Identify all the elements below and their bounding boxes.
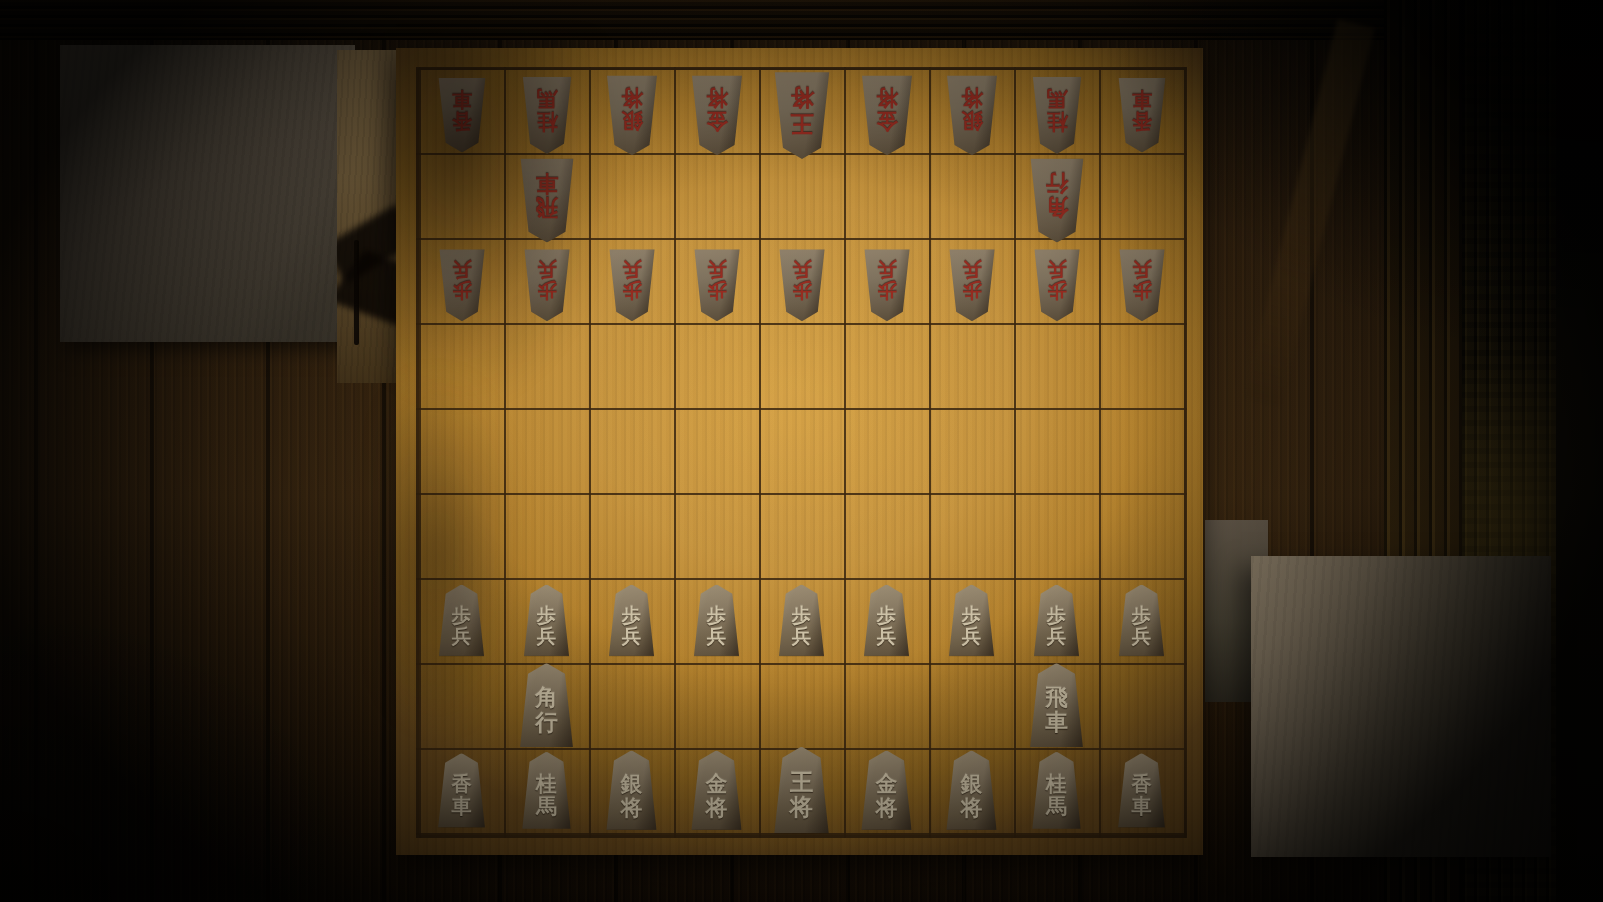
board-cell[interactable]: [504, 410, 589, 495]
board-cell[interactable]: 歩兵: [674, 240, 759, 325]
piece-pawn-sente[interactable]: 歩兵: [433, 584, 489, 656]
piece-knight-sente[interactable]: 桂馬: [1026, 752, 1087, 829]
piece-kanji: 兵: [1047, 259, 1066, 279]
board-cell[interactable]: [674, 325, 759, 410]
piece-pawn-gote[interactable]: 歩兵: [1028, 249, 1084, 321]
piece-pawn-sente[interactable]: 歩兵: [518, 584, 574, 656]
piece-pawn-sente[interactable]: 歩兵: [1028, 584, 1084, 656]
piece-kanji: 歩: [537, 280, 556, 300]
piece-kanji: 桂: [1046, 110, 1067, 131]
piece-kanji: 将: [790, 85, 813, 109]
board-cell[interactable]: [759, 155, 844, 240]
board-cell[interactable]: [929, 495, 1014, 580]
piece-kanji: 将: [790, 796, 813, 820]
piece-knight-gote[interactable]: 桂馬: [516, 76, 577, 153]
piece-kanji: 車: [1131, 796, 1151, 817]
board-cell[interactable]: 角行: [504, 665, 589, 750]
piece-kanji: 歩: [1047, 605, 1066, 625]
piece-kanji: 将: [876, 796, 898, 818]
piece-kanji: 馬: [1046, 796, 1067, 817]
piece-lance-gote[interactable]: 香車: [1112, 77, 1170, 152]
piece-bishop-sente[interactable]: 角行: [514, 663, 580, 747]
board-cell[interactable]: 銀将: [589, 750, 674, 835]
board-cell[interactable]: 歩兵: [1099, 580, 1184, 665]
board-cell[interactable]: [844, 410, 929, 495]
piece-kanji: 歩: [1132, 280, 1151, 300]
board-cell[interactable]: [419, 495, 504, 580]
piece-kanji: 行: [1045, 171, 1068, 194]
piece-kanji: 兵: [622, 626, 641, 646]
piece-kanji: 角: [1045, 195, 1068, 218]
piece-kanji: 馬: [536, 87, 557, 108]
board-cell[interactable]: [419, 410, 504, 495]
piece-kanji: 兵: [792, 626, 811, 646]
piece-kanji: 角: [535, 687, 558, 710]
board-cell[interactable]: 金将: [844, 70, 929, 155]
piece-kanji: 将: [621, 87, 643, 109]
piece-kanji: 香: [451, 775, 471, 796]
board-cell[interactable]: [929, 665, 1014, 750]
board-cell[interactable]: [844, 495, 929, 580]
piece-kanji: 銀: [621, 773, 643, 795]
board-cell[interactable]: 歩兵: [589, 580, 674, 665]
piece-kanji: 兵: [962, 259, 981, 279]
board-cell[interactable]: 歩兵: [929, 580, 1014, 665]
board-cell[interactable]: [1099, 665, 1184, 750]
piece-kanji: 将: [706, 796, 728, 818]
piece-kanji: 銀: [961, 773, 983, 795]
board-cell[interactable]: [1014, 495, 1099, 580]
piece-silver-gote[interactable]: 銀将: [600, 75, 663, 155]
piece-kanji: 歩: [1047, 280, 1066, 300]
piece-kanji: 車: [1131, 88, 1151, 109]
piece-kanji: 車: [451, 88, 471, 109]
piece-pawn-sente[interactable]: 歩兵: [943, 584, 999, 656]
piece-kanji: 歩: [792, 605, 811, 625]
piece-kanji: 兵: [1132, 626, 1151, 646]
board-cell[interactable]: [759, 495, 844, 580]
board-cell[interactable]: [674, 155, 759, 240]
piece-kanji: 香: [1131, 110, 1151, 131]
piece-pawn-sente[interactable]: 歩兵: [603, 584, 659, 656]
board-cell[interactable]: 飛車: [504, 155, 589, 240]
piece-kanji: 金: [706, 110, 728, 132]
piece-kanji: 兵: [877, 626, 896, 646]
piece-kanji: 桂: [1046, 774, 1067, 795]
piece-kanji: 兵: [707, 626, 726, 646]
board-cell[interactable]: [1099, 325, 1184, 410]
piece-kanji: 桂: [536, 774, 557, 795]
board-cell[interactable]: 歩兵: [844, 580, 929, 665]
board-cell[interactable]: 香車: [419, 750, 504, 835]
board-cell[interactable]: [844, 325, 929, 410]
piece-bishop-gote[interactable]: 角行: [1024, 158, 1090, 242]
piece-lance-sente[interactable]: 香車: [1112, 753, 1170, 828]
board-cell[interactable]: 金将: [674, 70, 759, 155]
piece-kanji: 歩: [622, 280, 641, 300]
piece-gold-gote[interactable]: 金将: [685, 75, 748, 155]
board-cell[interactable]: 銀将: [929, 750, 1014, 835]
piece-king-gote[interactable]: 王将: [768, 72, 836, 159]
board-cell[interactable]: [419, 665, 504, 750]
piece-kanji: 歩: [877, 280, 896, 300]
komadai-top-left[interactable]: [60, 45, 355, 342]
board-cell[interactable]: 歩兵: [1099, 240, 1184, 325]
piece-kanji: 歩: [452, 280, 471, 300]
board-cell[interactable]: [929, 410, 1014, 495]
piece-kanji: 歩: [962, 280, 981, 300]
board-cell[interactable]: 歩兵: [419, 240, 504, 325]
board-cell[interactable]: [1014, 410, 1099, 495]
board-cell[interactable]: 香車: [1099, 750, 1184, 835]
piece-pawn-sente[interactable]: 歩兵: [773, 584, 829, 656]
piece-kanji: 将: [876, 87, 898, 109]
piece-kanji: 兵: [877, 259, 896, 279]
piece-kanji: 馬: [1046, 87, 1067, 108]
board-cell[interactable]: [504, 495, 589, 580]
piece-gold-sente[interactable]: 金将: [855, 750, 918, 830]
piece-kanji: 兵: [537, 259, 556, 279]
piece-kanji: 王: [790, 110, 813, 134]
board-cell[interactable]: 銀将: [589, 70, 674, 155]
board-cell[interactable]: 歩兵: [759, 240, 844, 325]
board-cell[interactable]: [674, 495, 759, 580]
piece-pawn-sente[interactable]: 歩兵: [858, 584, 914, 656]
board-cell[interactable]: 桂馬: [504, 750, 589, 835]
board-cell[interactable]: [589, 155, 674, 240]
piece-kanji: 将: [706, 87, 728, 109]
piece-kanji: 歩: [707, 605, 726, 625]
piece-kanji: 歩: [452, 605, 471, 625]
piece-kanji: 歩: [962, 605, 981, 625]
piece-kanji: 銀: [961, 110, 983, 132]
piece-kanji: 銀: [621, 110, 643, 132]
board-cell[interactable]: [589, 410, 674, 495]
board-cell[interactable]: 歩兵: [1014, 580, 1099, 665]
piece-kanji: 将: [961, 796, 983, 818]
piece-kanji: 馬: [536, 796, 557, 817]
piece-silver-gote[interactable]: 銀将: [940, 75, 1003, 155]
piece-gold-gote[interactable]: 金将: [855, 75, 918, 155]
board-cell[interactable]: 王将: [759, 70, 844, 155]
piece-kanji: 兵: [452, 259, 471, 279]
piece-kanji: 車: [451, 796, 471, 817]
board-cell[interactable]: [674, 665, 759, 750]
board-cell[interactable]: [929, 325, 1014, 410]
board-cell[interactable]: [1014, 325, 1099, 410]
board-cell[interactable]: [419, 155, 504, 240]
piece-kanji: 兵: [792, 259, 811, 279]
piece-kanji: 兵: [707, 259, 726, 279]
board-cell[interactable]: [844, 155, 929, 240]
board-cell[interactable]: 桂馬: [1014, 750, 1099, 835]
board-cell[interactable]: 歩兵: [929, 240, 1014, 325]
piece-rook-gote[interactable]: 飛車: [514, 158, 580, 242]
piece-kanji: 兵: [1047, 626, 1066, 646]
piece-knight-sente[interactable]: 桂馬: [516, 752, 577, 829]
piece-kanji: 歩: [792, 280, 811, 300]
piece-silver-sente[interactable]: 銀将: [940, 750, 1003, 830]
board-cell[interactable]: [1099, 155, 1184, 240]
board-cell[interactable]: [759, 410, 844, 495]
piece-kanji: 金: [876, 773, 898, 795]
board-cell[interactable]: [1099, 410, 1184, 495]
piece-gold-sente[interactable]: 金将: [685, 750, 748, 830]
board-cell[interactable]: 香車: [419, 70, 504, 155]
board-cell[interactable]: 歩兵: [419, 580, 504, 665]
piece-pawn-sente[interactable]: 歩兵: [688, 584, 744, 656]
piece-kanji: 車: [535, 171, 558, 194]
shogi-scene: 香車桂馬銀将金将王将金将銀将桂馬香車飛車角行歩兵歩兵歩兵歩兵歩兵歩兵歩兵歩兵歩兵…: [0, 0, 1603, 902]
board-cell[interactable]: 歩兵: [589, 240, 674, 325]
piece-kanji: 将: [961, 87, 983, 109]
board-cell[interactable]: 桂馬: [504, 70, 589, 155]
board-cell[interactable]: [504, 325, 589, 410]
piece-kanji: 歩: [707, 280, 726, 300]
piece-kanji: 歩: [622, 605, 641, 625]
board-cell[interactable]: 歩兵: [844, 240, 929, 325]
board-cell[interactable]: 歩兵: [504, 580, 589, 665]
piece-pawn-gote[interactable]: 歩兵: [518, 249, 574, 321]
board-cell[interactable]: 香車: [1099, 70, 1184, 155]
piece-kanji: 王: [790, 771, 813, 795]
piece-pawn-gote[interactable]: 歩兵: [688, 249, 744, 321]
piece-rook-sente[interactable]: 飛車: [1024, 663, 1090, 747]
board-cell[interactable]: [674, 410, 759, 495]
board-cell[interactable]: 金将: [844, 750, 929, 835]
board-cell[interactable]: 歩兵: [504, 240, 589, 325]
board-grid: 香車桂馬銀将金将王将金将銀将桂馬香車飛車角行歩兵歩兵歩兵歩兵歩兵歩兵歩兵歩兵歩兵…: [416, 67, 1187, 838]
piece-kanji: 兵: [622, 259, 641, 279]
board-cell[interactable]: [1099, 495, 1184, 580]
piece-kanji: 兵: [537, 626, 556, 646]
piece-lance-sente[interactable]: 香車: [432, 753, 490, 828]
piece-silver-sente[interactable]: 銀将: [600, 750, 663, 830]
piece-kanji: 兵: [452, 626, 471, 646]
board-cell[interactable]: [844, 665, 929, 750]
piece-pawn-sente[interactable]: 歩兵: [1113, 584, 1169, 656]
piece-kanji: 兵: [1132, 259, 1151, 279]
piece-knight-gote[interactable]: 桂馬: [1026, 76, 1087, 153]
piece-pawn-gote[interactable]: 歩兵: [1113, 249, 1169, 321]
board-cell[interactable]: 歩兵: [1014, 240, 1099, 325]
piece-kanji: 金: [706, 773, 728, 795]
piece-kanji: 歩: [877, 605, 896, 625]
board-cell[interactable]: [759, 665, 844, 750]
piece-kanji: 歩: [537, 605, 556, 625]
piece-kanji: 兵: [962, 626, 981, 646]
board-cell[interactable]: 銀将: [929, 70, 1014, 155]
piece-lance-gote[interactable]: 香車: [432, 77, 490, 152]
board-cell[interactable]: 金将: [674, 750, 759, 835]
piece-kanji: 香: [1131, 775, 1151, 796]
shogi-board: 香車桂馬銀将金将王将金将銀将桂馬香車飛車角行歩兵歩兵歩兵歩兵歩兵歩兵歩兵歩兵歩兵…: [396, 48, 1203, 855]
piece-kanji: 歩: [1132, 605, 1151, 625]
piece-pawn-gote[interactable]: 歩兵: [773, 249, 829, 321]
stand-edge-plank: [337, 50, 402, 383]
piece-kanji: 香: [451, 110, 471, 131]
board-cell[interactable]: [589, 495, 674, 580]
komadai-bottom-right[interactable]: [1251, 556, 1551, 857]
board-cell[interactable]: 桂馬: [1014, 70, 1099, 155]
piece-pawn-gote[interactable]: 歩兵: [858, 249, 914, 321]
piece-kanji: 行: [535, 711, 558, 734]
board-cell[interactable]: 飛車: [1014, 665, 1099, 750]
piece-kanji: 将: [621, 796, 643, 818]
piece-pawn-gote[interactable]: 歩兵: [433, 249, 489, 321]
board-cell[interactable]: [759, 325, 844, 410]
piece-kanji: 飛: [1045, 687, 1068, 710]
piece-kanji: 金: [876, 110, 898, 132]
piece-kanji: 車: [1045, 711, 1068, 734]
board-cell[interactable]: 歩兵: [674, 580, 759, 665]
board-cell[interactable]: [419, 325, 504, 410]
board-cell[interactable]: 歩兵: [759, 580, 844, 665]
piece-kanji: 飛: [535, 195, 558, 218]
piece-kanji: 桂: [536, 110, 557, 131]
piece-king-sente[interactable]: 王将: [768, 747, 836, 834]
board-cell[interactable]: [589, 325, 674, 410]
right-edge-shadow: [1556, 0, 1603, 902]
board-cell[interactable]: [929, 155, 1014, 240]
board-cell[interactable]: [589, 665, 674, 750]
board-cell[interactable]: 角行: [1014, 155, 1099, 240]
piece-pawn-gote[interactable]: 歩兵: [603, 249, 659, 321]
board-cell[interactable]: 王将: [759, 750, 844, 835]
piece-pawn-gote[interactable]: 歩兵: [943, 249, 999, 321]
